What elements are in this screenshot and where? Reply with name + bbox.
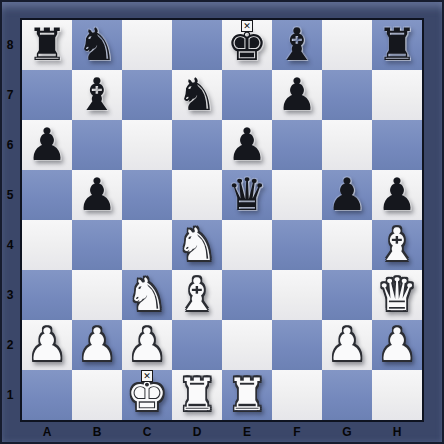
square-f8[interactable]: ♝ — [272, 20, 322, 70]
square-a3[interactable] — [22, 270, 72, 320]
file-label-d: D — [172, 423, 222, 441]
square-g6[interactable] — [322, 120, 372, 170]
square-d2[interactable] — [172, 320, 222, 370]
piece-black-rook[interactable]: ♜ — [372, 20, 422, 70]
file-label-c: C — [122, 423, 172, 441]
square-h2[interactable]: ♟ — [372, 320, 422, 370]
piece-black-pawn[interactable]: ♟ — [72, 170, 122, 220]
square-h7[interactable] — [372, 70, 422, 120]
square-c3[interactable]: ♞ — [122, 270, 172, 320]
square-e2[interactable] — [222, 320, 272, 370]
piece-black-pawn[interactable]: ♟ — [322, 170, 372, 220]
square-d4[interactable]: ♞ — [172, 220, 222, 270]
square-g8[interactable] — [322, 20, 372, 70]
square-c4[interactable] — [122, 220, 172, 270]
square-b4[interactable] — [72, 220, 122, 270]
square-b5[interactable]: ♟ — [72, 170, 122, 220]
square-c1[interactable]: ✕♚ — [122, 370, 172, 420]
square-b3[interactable] — [72, 270, 122, 320]
square-c2[interactable]: ♟ — [122, 320, 172, 370]
square-g4[interactable] — [322, 220, 372, 270]
piece-black-queen[interactable]: ♛ — [222, 170, 272, 220]
piece-white-bishop[interactable]: ♝ — [172, 270, 222, 320]
piece-white-pawn[interactable]: ♟ — [72, 320, 122, 370]
square-g3[interactable] — [322, 270, 372, 320]
piece-white-pawn[interactable]: ♟ — [122, 320, 172, 370]
square-d8[interactable] — [172, 20, 222, 70]
piece-black-bishop[interactable]: ♝ — [72, 70, 122, 120]
square-h8[interactable]: ♜ — [372, 20, 422, 70]
file-label-h: H — [372, 423, 422, 441]
square-e3[interactable] — [222, 270, 272, 320]
piece-white-bishop[interactable]: ♝ — [372, 220, 422, 270]
square-d7[interactable]: ♞ — [172, 70, 222, 120]
piece-white-pawn[interactable]: ♟ — [22, 320, 72, 370]
rank-label-4: 4 — [0, 220, 20, 270]
square-f5[interactable] — [272, 170, 322, 220]
square-f3[interactable] — [272, 270, 322, 320]
square-d3[interactable]: ♝ — [172, 270, 222, 320]
piece-black-rook[interactable]: ♜ — [22, 20, 72, 70]
square-f2[interactable] — [272, 320, 322, 370]
rank-label-5: 5 — [0, 170, 20, 220]
square-c8[interactable] — [122, 20, 172, 70]
rank-label-2: 2 — [0, 320, 20, 370]
king-cross-marker: ✕ — [141, 370, 153, 382]
square-h6[interactable] — [372, 120, 422, 170]
square-g2[interactable]: ♟ — [322, 320, 372, 370]
square-c5[interactable] — [122, 170, 172, 220]
piece-black-pawn[interactable]: ♟ — [372, 170, 422, 220]
square-c6[interactable] — [122, 120, 172, 170]
square-b6[interactable] — [72, 120, 122, 170]
square-d6[interactable] — [172, 120, 222, 170]
rank-labels: 87654321 — [0, 20, 20, 420]
square-b7[interactable]: ♝ — [72, 70, 122, 120]
rank-label-1: 1 — [0, 370, 20, 420]
square-f6[interactable] — [272, 120, 322, 170]
square-d1[interactable]: ♜ — [172, 370, 222, 420]
piece-black-knight[interactable]: ♞ — [172, 70, 222, 120]
square-b2[interactable]: ♟ — [72, 320, 122, 370]
square-e6[interactable]: ♟ — [222, 120, 272, 170]
file-label-e: E — [222, 423, 272, 441]
piece-black-pawn[interactable]: ♟ — [272, 70, 322, 120]
board-grid: ♜♞✕♚♝♜♝♞♟♟♟♟♛♟♟♞♝♞♝♛♟♟♟♟♟✕♚♜♜ — [22, 20, 422, 420]
square-a1[interactable] — [22, 370, 72, 420]
rank-label-7: 7 — [0, 70, 20, 120]
file-label-g: G — [322, 423, 372, 441]
square-g1[interactable] — [322, 370, 372, 420]
square-e7[interactable] — [222, 70, 272, 120]
square-b8[interactable]: ♞ — [72, 20, 122, 70]
square-e8[interactable]: ✕♚ — [222, 20, 272, 70]
piece-black-pawn[interactable]: ♟ — [222, 120, 272, 170]
file-labels: ABCDEFGH — [22, 423, 422, 441]
piece-black-knight[interactable]: ♞ — [72, 20, 122, 70]
square-a2[interactable]: ♟ — [22, 320, 72, 370]
square-f4[interactable] — [272, 220, 322, 270]
square-e5[interactable]: ♛ — [222, 170, 272, 220]
square-h4[interactable]: ♝ — [372, 220, 422, 270]
square-a4[interactable] — [22, 220, 72, 270]
square-f1[interactable] — [272, 370, 322, 420]
piece-white-knight[interactable]: ♞ — [122, 270, 172, 320]
piece-white-queen[interactable]: ♛ — [372, 270, 422, 320]
rank-label-8: 8 — [0, 20, 20, 70]
square-e4[interactable] — [222, 220, 272, 270]
piece-white-pawn[interactable]: ♟ — [372, 320, 422, 370]
square-a8[interactable]: ♜ — [22, 20, 72, 70]
piece-white-pawn[interactable]: ♟ — [322, 320, 372, 370]
square-h3[interactable]: ♛ — [372, 270, 422, 320]
file-label-b: B — [72, 423, 122, 441]
square-h5[interactable]: ♟ — [372, 170, 422, 220]
square-d5[interactable] — [172, 170, 222, 220]
square-f7[interactable]: ♟ — [272, 70, 322, 120]
rank-label-3: 3 — [0, 270, 20, 320]
square-e1[interactable]: ♜ — [222, 370, 272, 420]
square-h1[interactable] — [372, 370, 422, 420]
file-label-f: F — [272, 423, 322, 441]
chessboard: ♜♞✕♚♝♜♝♞♟♟♟♟♛♟♟♞♝♞♝♛♟♟♟♟♟✕♚♜♜ — [20, 18, 424, 422]
square-a5[interactable] — [22, 170, 72, 220]
square-a7[interactable] — [22, 70, 72, 120]
square-b1[interactable] — [72, 370, 122, 420]
rank-label-6: 6 — [0, 120, 20, 170]
piece-black-bishop[interactable]: ♝ — [272, 20, 322, 70]
square-g7[interactable] — [322, 70, 372, 120]
square-g5[interactable]: ♟ — [322, 170, 372, 220]
piece-black-pawn[interactable]: ♟ — [22, 120, 72, 170]
piece-white-knight[interactable]: ♞ — [172, 220, 222, 270]
piece-white-rook[interactable]: ♜ — [172, 370, 222, 420]
file-label-a: A — [22, 423, 72, 441]
square-c7[interactable] — [122, 70, 172, 120]
piece-white-rook[interactable]: ♜ — [222, 370, 272, 420]
square-a6[interactable]: ♟ — [22, 120, 72, 170]
king-cross-marker: ✕ — [241, 20, 253, 32]
